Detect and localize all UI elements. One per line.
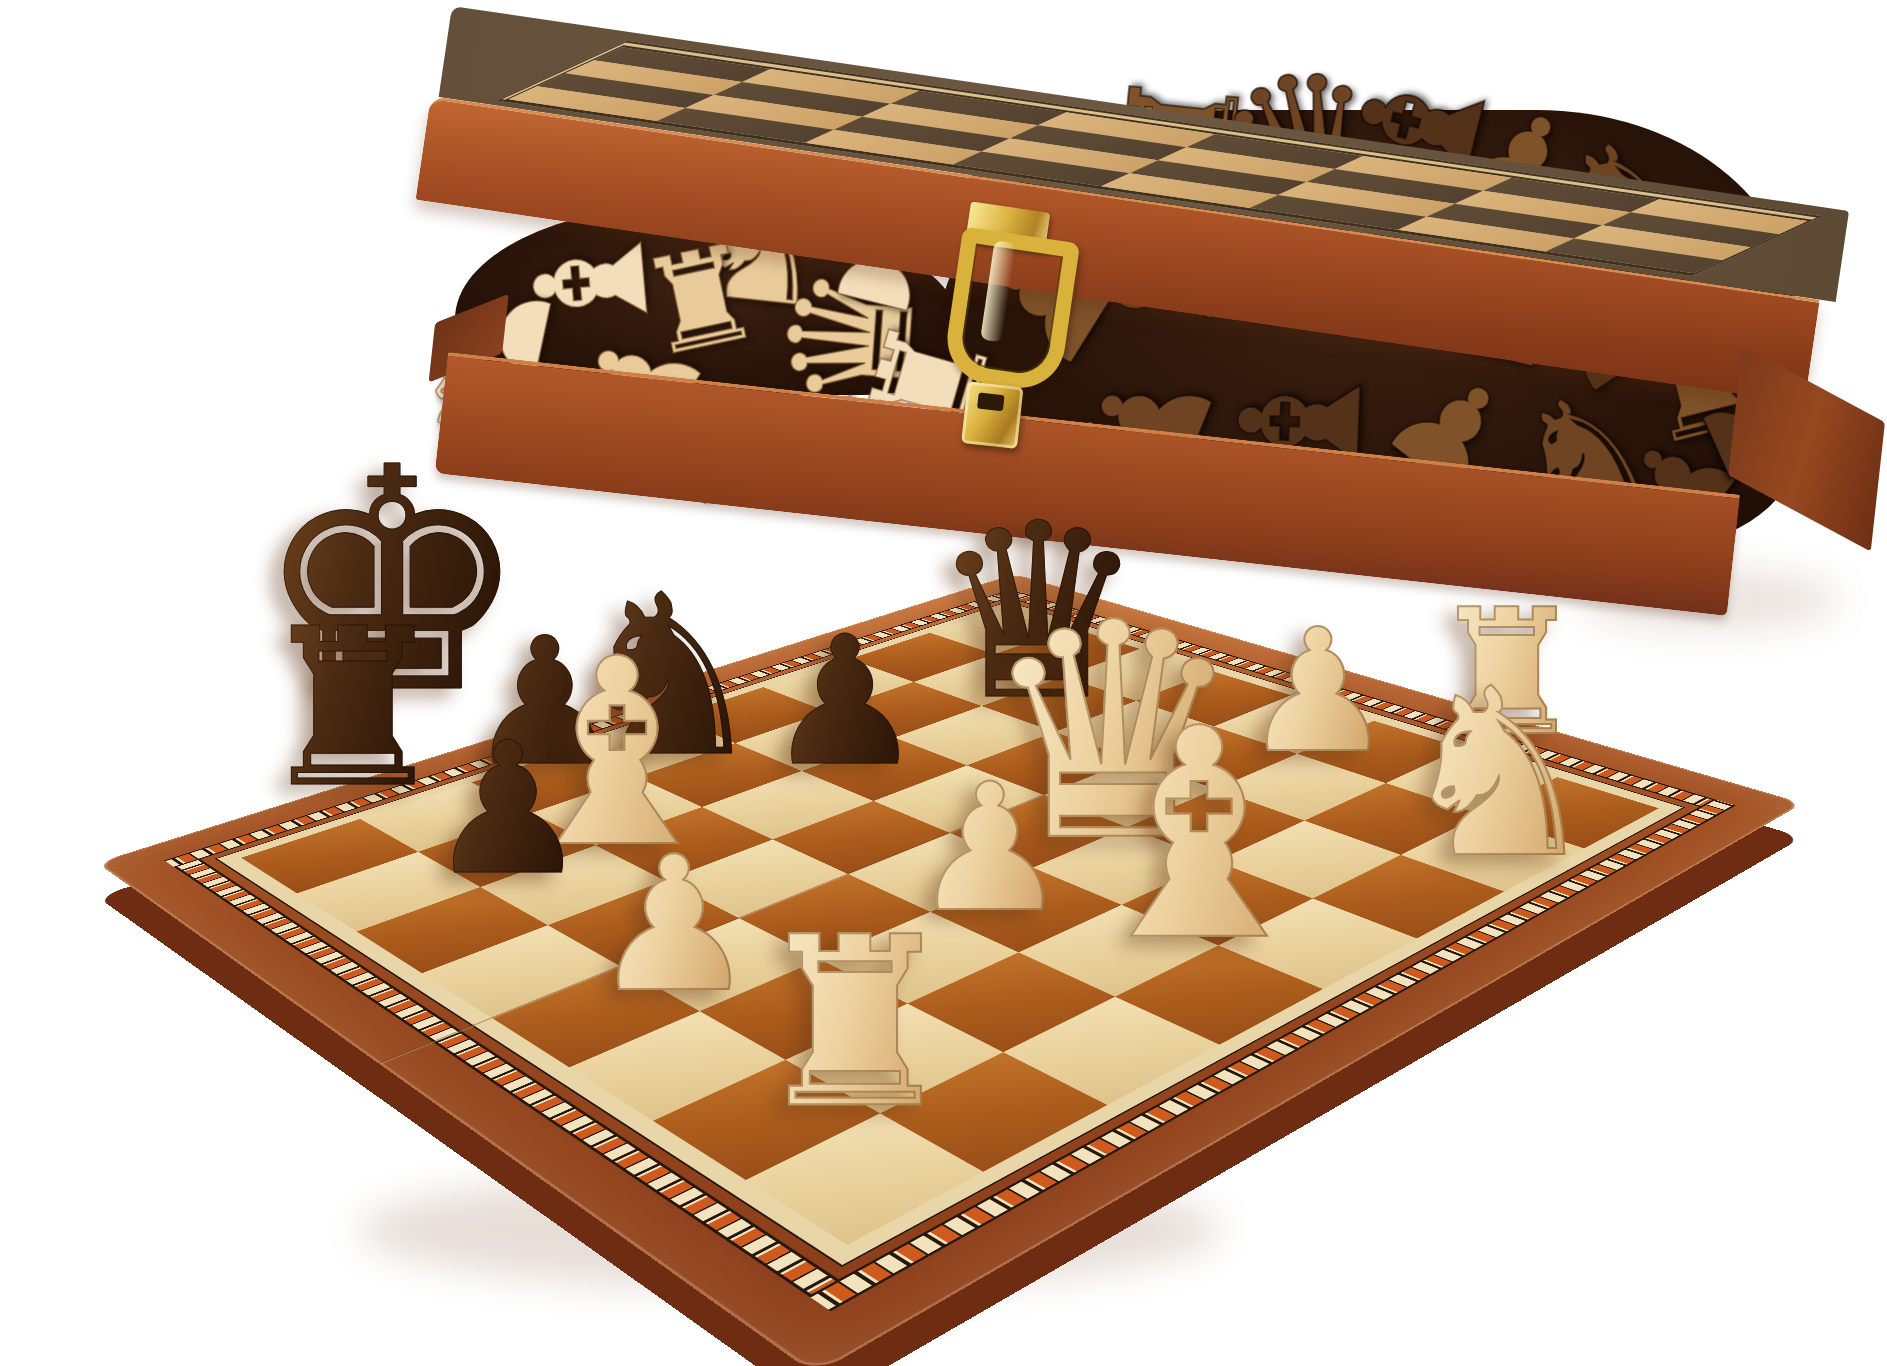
chessboard-8x8-grid [217,602,1683,1265]
chess-set-product-photo: ♞♝♜♟♛♟♟♜♟♝♟♞ ♞♟♜♛♝♟♞♜♟♝♟♛♞♟♜♟♝♟♞♟♜♟♟ [0,0,1887,1366]
brass-catch [961,381,1023,449]
